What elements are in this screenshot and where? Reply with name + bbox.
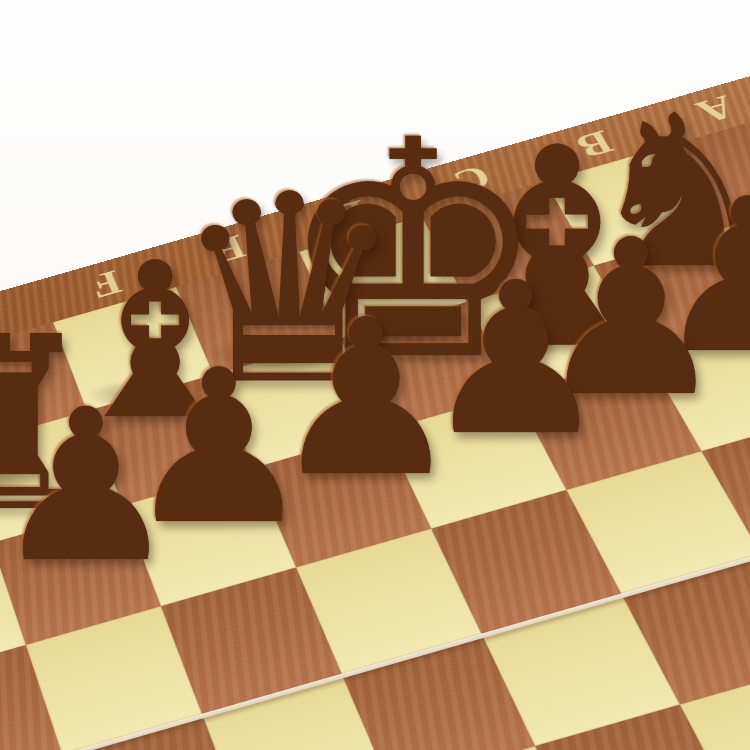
piece-pawn-f2: ♟ bbox=[0, 382, 180, 592]
product-photo-stage: HGFEDCBA ♞♝♚♟♛♟♝♟♟♜♟♟ bbox=[0, 0, 750, 750]
